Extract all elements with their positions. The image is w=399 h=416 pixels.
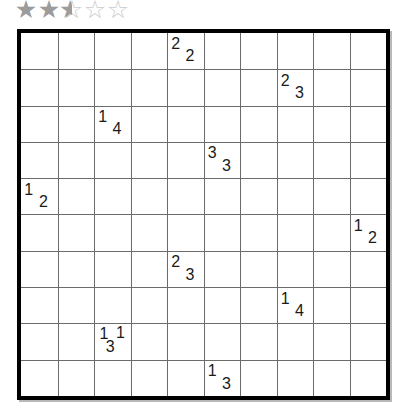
cell-r1c10[interactable] — [350, 33, 387, 69]
cell-r4c7[interactable] — [240, 142, 277, 178]
cell-r10c3[interactable] — [94, 360, 131, 396]
cell-r8c7[interactable] — [240, 287, 277, 323]
clue-digit: 4 — [295, 303, 304, 319]
cell-r8c9[interactable] — [313, 287, 350, 323]
cell-r7c7[interactable] — [240, 251, 277, 287]
cell-r6c8[interactable] — [277, 214, 314, 250]
cell-r9c10[interactable] — [350, 323, 387, 359]
cell-r2c8[interactable]: 23 — [277, 69, 314, 105]
cell-r6c9[interactable] — [313, 214, 350, 250]
clue-digit: 1 — [281, 291, 290, 307]
cell-r3c1[interactable] — [21, 106, 58, 142]
clue-digit: 1 — [24, 182, 33, 198]
cell-r5c9[interactable] — [313, 178, 350, 214]
cell-r8c6[interactable] — [204, 287, 241, 323]
cell-r8c10[interactable] — [350, 287, 387, 323]
star-icon-empty: ☆ — [82, 0, 105, 22]
cell-r3c4[interactable] — [131, 106, 168, 142]
cell-r1c5[interactable]: 22 — [167, 33, 204, 69]
cell-r1c1[interactable] — [21, 33, 58, 69]
cell-r6c10[interactable]: 12 — [350, 214, 387, 250]
cell-r8c3[interactable] — [94, 287, 131, 323]
cell-r4c5[interactable] — [167, 142, 204, 178]
cell-r1c2[interactable] — [58, 33, 95, 69]
cell-r5c5[interactable] — [167, 178, 204, 214]
cell-r9c1[interactable] — [21, 323, 58, 359]
cell-r3c10[interactable] — [350, 106, 387, 142]
cell-r4c10[interactable] — [350, 142, 387, 178]
cell-r2c2[interactable] — [58, 69, 95, 105]
cell-r6c4[interactable] — [131, 214, 168, 250]
cell-r10c2[interactable] — [58, 360, 95, 396]
cell-r3c6[interactable] — [204, 106, 241, 142]
cell-r1c9[interactable] — [313, 33, 350, 69]
clue-digit: 2 — [171, 36, 180, 52]
cell-r2c1[interactable] — [21, 69, 58, 105]
cell-r4c4[interactable] — [131, 142, 168, 178]
cell-r6c5[interactable] — [167, 214, 204, 250]
cell-r1c6[interactable] — [204, 33, 241, 69]
clue-digit: 1 — [116, 325, 125, 341]
cell-r1c8[interactable] — [277, 33, 314, 69]
cell-r6c6[interactable] — [204, 214, 241, 250]
cell-r8c4[interactable] — [131, 287, 168, 323]
cell-r9c2[interactable] — [58, 323, 95, 359]
cell-r7c5[interactable]: 23 — [167, 251, 204, 287]
cell-r10c5[interactable] — [167, 360, 204, 396]
cell-r6c7[interactable] — [240, 214, 277, 250]
cell-r10c1[interactable] — [21, 360, 58, 396]
cell-r10c8[interactable] — [277, 360, 314, 396]
cell-r7c1[interactable] — [21, 251, 58, 287]
cell-r4c6[interactable]: 33 — [204, 142, 241, 178]
cell-r5c3[interactable] — [94, 178, 131, 214]
cell-r5c6[interactable] — [204, 178, 241, 214]
cell-r9c6[interactable] — [204, 323, 241, 359]
cell-r5c1[interactable]: 12 — [21, 178, 58, 214]
clue-digit: 2 — [368, 230, 377, 246]
cell-r7c10[interactable] — [350, 251, 387, 287]
cell-r4c8[interactable] — [277, 142, 314, 178]
cell-r2c3[interactable] — [94, 69, 131, 105]
cell-r8c2[interactable] — [58, 287, 95, 323]
clue-digit: 1 — [354, 218, 363, 234]
tapa-puzzle-page: ★★☆★☆☆ 222314331212231411313 — [0, 0, 399, 416]
cell-r7c3[interactable] — [94, 251, 131, 287]
cell-r10c4[interactable] — [131, 360, 168, 396]
cell-r5c7[interactable] — [240, 178, 277, 214]
cell-r10c6[interactable]: 13 — [204, 360, 241, 396]
cell-r8c1[interactable] — [21, 287, 58, 323]
star-icon-empty: ☆ — [105, 0, 128, 22]
star-half-fill: ★ — [59, 0, 72, 22]
cell-r7c9[interactable] — [313, 251, 350, 287]
clue-digit: 4 — [112, 121, 121, 137]
cell-r1c7[interactable] — [240, 33, 277, 69]
cell-r2c10[interactable] — [350, 69, 387, 105]
star-icon-half: ☆★ — [59, 0, 82, 22]
cell-r1c3[interactable] — [94, 33, 131, 69]
cell-r6c3[interactable] — [94, 214, 131, 250]
cell-r2c4[interactable] — [131, 69, 168, 105]
cell-r2c9[interactable] — [313, 69, 350, 105]
cell-r2c5[interactable] — [167, 69, 204, 105]
clue-digit: 3 — [106, 339, 115, 355]
tapa-board: 222314331212231411313 — [17, 29, 390, 400]
clue-digit: 1 — [98, 109, 107, 125]
cell-r9c5[interactable] — [167, 323, 204, 359]
cell-r7c8[interactable] — [277, 251, 314, 287]
clue-digit: 2 — [171, 254, 180, 270]
cell-r7c4[interactable] — [131, 251, 168, 287]
cell-r10c10[interactable] — [350, 360, 387, 396]
cell-r10c9[interactable] — [313, 360, 350, 396]
cell-r6c1[interactable] — [21, 214, 58, 250]
cell-r4c2[interactable] — [58, 142, 95, 178]
clue-digit: 2 — [281, 73, 290, 89]
cell-r5c10[interactable] — [350, 178, 387, 214]
cell-r10c7[interactable] — [240, 360, 277, 396]
cell-r3c7[interactable] — [240, 106, 277, 142]
cell-r9c9[interactable] — [313, 323, 350, 359]
cell-r8c5[interactable] — [167, 287, 204, 323]
cell-r7c2[interactable] — [58, 251, 95, 287]
star-icon-filled: ★ — [36, 0, 59, 22]
cell-r6c2[interactable] — [58, 214, 95, 250]
cell-r9c8[interactable] — [277, 323, 314, 359]
cell-r5c4[interactable] — [131, 178, 168, 214]
cell-r2c7[interactable] — [240, 69, 277, 105]
clue-digit: 3 — [222, 158, 231, 174]
clue-digit: 2 — [39, 194, 48, 210]
cell-r4c3[interactable] — [94, 142, 131, 178]
clue-digit: 3 — [295, 85, 304, 101]
cell-r8c8[interactable]: 14 — [277, 287, 314, 323]
star-icon-filled: ★ — [13, 0, 36, 22]
cell-r3c8[interactable] — [277, 106, 314, 142]
cell-r1c4[interactable] — [131, 33, 168, 69]
cell-r3c9[interactable] — [313, 106, 350, 142]
clue-digit: 3 — [208, 145, 217, 161]
clue-digit: 2 — [185, 48, 194, 64]
cell-r5c8[interactable] — [277, 178, 314, 214]
clue-digit: 3 — [185, 267, 194, 283]
cell-r2c6[interactable] — [204, 69, 241, 105]
cell-r4c9[interactable] — [313, 142, 350, 178]
cell-r9c7[interactable] — [240, 323, 277, 359]
difficulty-rating: ★★☆★☆☆ — [13, 0, 128, 22]
cell-r3c3[interactable]: 14 — [94, 106, 131, 142]
cell-r9c3[interactable]: 113 — [94, 323, 131, 359]
cell-r7c6[interactable] — [204, 251, 241, 287]
cell-r3c2[interactable] — [58, 106, 95, 142]
clue-digit: 3 — [222, 376, 231, 392]
cell-r3c5[interactable] — [167, 106, 204, 142]
cell-r4c1[interactable] — [21, 142, 58, 178]
clue-digit: 1 — [208, 363, 217, 379]
cell-r9c4[interactable] — [131, 323, 168, 359]
cell-r5c2[interactable] — [58, 178, 95, 214]
